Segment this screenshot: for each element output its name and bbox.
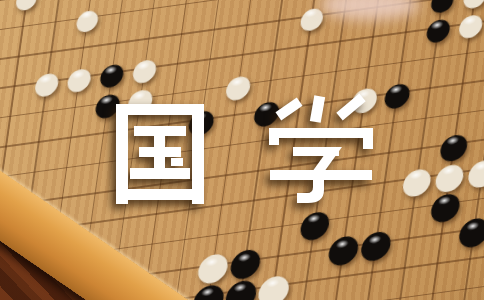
go-stone-black[interactable]: ● bbox=[358, 227, 395, 261]
go-stone-black[interactable]: ● bbox=[379, 77, 416, 111]
go-stone-white[interactable]: ● bbox=[453, 8, 484, 42]
go-stone-black[interactable]: ● bbox=[183, 104, 220, 138]
go-stone-white[interactable]: ● bbox=[122, 83, 159, 117]
go-stone-black[interactable]: ● bbox=[190, 280, 227, 300]
go-stone-black[interactable]: ● bbox=[89, 88, 126, 122]
go-stone-black[interactable]: ● bbox=[456, 214, 484, 248]
go-board-photo: ●●●●●●●●●●●●●●●●●●●●●●●●●●●●●●●● bbox=[0, 0, 484, 300]
go-stone-black[interactable]: ● bbox=[420, 13, 457, 47]
go-stone-white[interactable]: ● bbox=[399, 163, 436, 197]
go-stone-white[interactable]: ● bbox=[256, 271, 293, 300]
go-stone-white[interactable]: ● bbox=[294, 1, 331, 35]
go-stone-black[interactable]: ● bbox=[248, 95, 285, 129]
go-board-grid[interactable]: ●●●●●●●●●●●●●●●●●●●●●●●●●●●●●●●● bbox=[0, 0, 484, 300]
go-stone-black[interactable]: ● bbox=[223, 275, 260, 300]
go-stone-white[interactable]: ● bbox=[69, 2, 106, 36]
go-stone-white[interactable]: ● bbox=[346, 82, 383, 116]
go-stone-white[interactable]: ● bbox=[8, 0, 45, 16]
go-stone-white[interactable]: ● bbox=[28, 67, 65, 101]
go-stone-white[interactable]: ● bbox=[61, 62, 98, 96]
go-stone-white[interactable]: ● bbox=[220, 70, 257, 104]
